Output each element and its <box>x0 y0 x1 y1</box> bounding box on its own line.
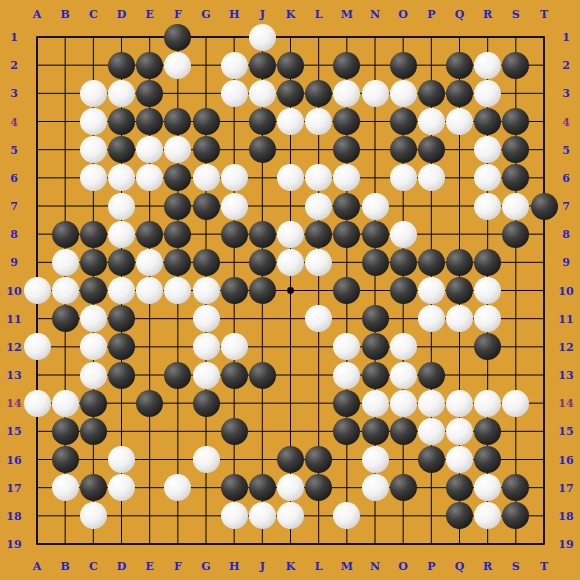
column-label-top: F <box>174 8 182 21</box>
white-stone-Q15[interactable] <box>446 418 473 445</box>
row-label-right: 9 <box>562 256 570 269</box>
black-stone-N13[interactable] <box>362 362 389 389</box>
column-label-top: M <box>341 8 353 21</box>
white-stone-D3[interactable] <box>108 80 135 107</box>
black-stone-H15[interactable] <box>221 418 248 445</box>
black-stone-B8[interactable] <box>52 221 79 248</box>
black-stone-E14[interactable] <box>136 390 163 417</box>
white-stone-P10[interactable] <box>418 277 445 304</box>
white-stone-K17[interactable] <box>277 474 304 501</box>
black-stone-B15[interactable] <box>52 418 79 445</box>
white-stone-G11[interactable] <box>193 305 220 332</box>
white-stone-D16[interactable] <box>108 446 135 473</box>
black-stone-H17[interactable] <box>221 474 248 501</box>
black-stone-C10[interactable] <box>80 277 107 304</box>
white-stone-O6[interactable] <box>390 164 417 191</box>
white-stone-A10[interactable] <box>24 277 51 304</box>
white-stone-P11[interactable] <box>418 305 445 332</box>
white-stone-K9[interactable] <box>277 249 304 276</box>
row-label-left: 6 <box>10 171 18 184</box>
column-label-bottom: T <box>540 560 548 573</box>
column-label-top: S <box>512 8 520 21</box>
row-label-right: 17 <box>558 481 573 494</box>
black-stone-R15[interactable] <box>474 418 501 445</box>
black-stone-J4[interactable] <box>249 108 276 135</box>
white-stone-P15[interactable] <box>418 418 445 445</box>
white-stone-C4[interactable] <box>80 108 107 135</box>
white-stone-D17[interactable] <box>108 474 135 501</box>
row-label-left: 7 <box>10 200 18 213</box>
go-board[interactable]: AABBCCDDEEFFGGHHJJKKLLMMNNOOPPQQRRSSTT11… <box>0 0 580 580</box>
black-stone-J5[interactable] <box>249 136 276 163</box>
white-stone-B17[interactable] <box>52 474 79 501</box>
row-label-right: 11 <box>558 312 573 325</box>
white-stone-C3[interactable] <box>80 80 107 107</box>
row-label-right: 6 <box>562 171 570 184</box>
white-stone-Q11[interactable] <box>446 305 473 332</box>
white-stone-R7[interactable] <box>474 193 501 220</box>
white-stone-K4[interactable] <box>277 108 304 135</box>
black-stone-H8[interactable] <box>221 221 248 248</box>
black-stone-H10[interactable] <box>221 277 248 304</box>
black-stone-O17[interactable] <box>390 474 417 501</box>
column-label-bottom: O <box>398 560 408 573</box>
row-label-left: 4 <box>10 115 18 128</box>
white-stone-R10[interactable] <box>474 277 501 304</box>
row-label-right: 3 <box>562 87 570 100</box>
white-stone-N3[interactable] <box>362 80 389 107</box>
white-stone-M3[interactable] <box>333 80 360 107</box>
column-label-top: K <box>286 8 296 21</box>
white-stone-Q4[interactable] <box>446 108 473 135</box>
column-label-top: B <box>61 8 70 21</box>
white-stone-S14[interactable] <box>502 390 529 417</box>
white-stone-L9[interactable] <box>305 249 332 276</box>
white-stone-L7[interactable] <box>305 193 332 220</box>
white-stone-O14[interactable] <box>390 390 417 417</box>
white-stone-S7[interactable] <box>502 193 529 220</box>
black-stone-G9[interactable] <box>193 249 220 276</box>
white-stone-H2[interactable] <box>221 52 248 79</box>
column-label-bottom: J <box>260 560 265 573</box>
black-stone-O15[interactable] <box>390 418 417 445</box>
black-stone-H13[interactable] <box>221 362 248 389</box>
row-label-left: 17 <box>6 481 21 494</box>
black-stone-K3[interactable] <box>277 80 304 107</box>
black-stone-R9[interactable] <box>474 249 501 276</box>
row-label-left: 18 <box>6 509 21 522</box>
black-stone-L3[interactable] <box>305 80 332 107</box>
white-stone-Q16[interactable] <box>446 446 473 473</box>
white-stone-B14[interactable] <box>52 390 79 417</box>
black-stone-P9[interactable] <box>418 249 445 276</box>
white-stone-O13[interactable] <box>390 362 417 389</box>
row-label-left: 19 <box>6 538 21 551</box>
row-label-left: 9 <box>10 256 18 269</box>
row-label-right: 5 <box>562 143 570 156</box>
black-stone-F8[interactable] <box>164 221 191 248</box>
row-label-right: 7 <box>562 200 570 213</box>
white-stone-D10[interactable] <box>108 277 135 304</box>
column-label-top: T <box>540 8 548 21</box>
white-stone-H6[interactable] <box>221 164 248 191</box>
row-label-left: 13 <box>6 369 21 382</box>
row-label-right: 16 <box>558 453 573 466</box>
column-label-bottom: E <box>145 560 153 573</box>
white-stone-R14[interactable] <box>474 390 501 417</box>
row-label-right: 2 <box>562 59 570 72</box>
column-label-bottom: G <box>201 560 210 573</box>
row-label-left: 15 <box>6 425 21 438</box>
black-stone-D5[interactable] <box>108 136 135 163</box>
black-stone-M15[interactable] <box>333 418 360 445</box>
black-stone-B11[interactable] <box>52 305 79 332</box>
white-stone-N17[interactable] <box>362 474 389 501</box>
row-label-left: 8 <box>10 228 18 241</box>
black-stone-M14[interactable] <box>333 390 360 417</box>
column-label-bottom: K <box>286 560 296 573</box>
black-stone-J17[interactable] <box>249 474 276 501</box>
white-stone-R3[interactable] <box>474 80 501 107</box>
column-label-top: J <box>260 8 265 21</box>
column-label-bottom: S <box>512 560 520 573</box>
black-stone-D9[interactable] <box>108 249 135 276</box>
black-stone-G5[interactable] <box>193 136 220 163</box>
white-stone-N7[interactable] <box>362 193 389 220</box>
black-stone-D4[interactable] <box>108 108 135 135</box>
white-stone-C18[interactable] <box>80 502 107 529</box>
black-stone-P5[interactable] <box>418 136 445 163</box>
column-label-top: L <box>315 8 323 21</box>
column-label-bottom: R <box>483 560 492 573</box>
black-stone-C14[interactable] <box>80 390 107 417</box>
column-label-bottom: L <box>315 560 323 573</box>
black-stone-L16[interactable] <box>305 446 332 473</box>
white-stone-P6[interactable] <box>418 164 445 191</box>
white-stone-N16[interactable] <box>362 446 389 473</box>
row-label-right: 8 <box>562 228 570 241</box>
column-label-bottom: C <box>89 560 98 573</box>
black-stone-F9[interactable] <box>164 249 191 276</box>
column-label-top: A <box>33 8 42 21</box>
black-stone-P3[interactable] <box>418 80 445 107</box>
column-label-bottom: M <box>341 560 353 573</box>
white-stone-D7[interactable] <box>108 193 135 220</box>
black-stone-K16[interactable] <box>277 446 304 473</box>
black-stone-K2[interactable] <box>277 52 304 79</box>
black-stone-J2[interactable] <box>249 52 276 79</box>
column-label-bottom: H <box>229 560 239 573</box>
black-stone-N9[interactable] <box>362 249 389 276</box>
white-stone-E9[interactable] <box>136 249 163 276</box>
black-stone-N11[interactable] <box>362 305 389 332</box>
black-stone-F13[interactable] <box>164 362 191 389</box>
black-stone-E2[interactable] <box>136 52 163 79</box>
column-label-top: D <box>117 8 127 21</box>
black-stone-C17[interactable] <box>80 474 107 501</box>
white-stone-L4[interactable] <box>305 108 332 135</box>
row-label-right: 15 <box>558 425 573 438</box>
white-stone-H7[interactable] <box>221 193 248 220</box>
white-stone-H3[interactable] <box>221 80 248 107</box>
row-label-left: 10 <box>6 284 21 297</box>
row-label-right: 14 <box>558 397 573 410</box>
black-stone-Q9[interactable] <box>446 249 473 276</box>
row-label-right: 12 <box>558 340 573 353</box>
white-stone-O8[interactable] <box>390 221 417 248</box>
row-label-left: 12 <box>6 340 21 353</box>
black-stone-M2[interactable] <box>333 52 360 79</box>
black-stone-S8[interactable] <box>502 221 529 248</box>
black-stone-P13[interactable] <box>418 362 445 389</box>
row-label-right: 13 <box>558 369 573 382</box>
white-stone-O3[interactable] <box>390 80 417 107</box>
hoshi-point <box>287 287 294 294</box>
white-stone-H18[interactable] <box>221 502 248 529</box>
white-stone-C11[interactable] <box>80 305 107 332</box>
black-stone-Q17[interactable] <box>446 474 473 501</box>
black-stone-D13[interactable] <box>108 362 135 389</box>
black-stone-E4[interactable] <box>136 108 163 135</box>
white-stone-E10[interactable] <box>136 277 163 304</box>
black-stone-T7[interactable] <box>531 193 558 220</box>
black-stone-F1[interactable] <box>164 24 191 51</box>
column-label-top: R <box>483 8 492 21</box>
black-stone-N12[interactable] <box>362 333 389 360</box>
black-stone-R4[interactable] <box>474 108 501 135</box>
black-stone-O10[interactable] <box>390 277 417 304</box>
column-label-bottom: D <box>117 560 127 573</box>
black-stone-J13[interactable] <box>249 362 276 389</box>
row-label-left: 16 <box>6 453 21 466</box>
black-stone-S2[interactable] <box>502 52 529 79</box>
black-stone-C8[interactable] <box>80 221 107 248</box>
white-stone-B10[interactable] <box>52 277 79 304</box>
black-stone-E8[interactable] <box>136 221 163 248</box>
column-label-top: Q <box>455 8 465 21</box>
black-stone-F7[interactable] <box>164 193 191 220</box>
black-stone-L8[interactable] <box>305 221 332 248</box>
white-stone-C12[interactable] <box>80 333 107 360</box>
white-stone-C13[interactable] <box>80 362 107 389</box>
white-stone-C5[interactable] <box>80 136 107 163</box>
white-stone-J18[interactable] <box>249 502 276 529</box>
white-stone-A14[interactable] <box>24 390 51 417</box>
column-label-top: O <box>398 8 408 21</box>
column-label-top: N <box>370 8 380 21</box>
white-stone-F2[interactable] <box>164 52 191 79</box>
black-stone-G14[interactable] <box>193 390 220 417</box>
black-stone-O2[interactable] <box>390 52 417 79</box>
black-stone-C9[interactable] <box>80 249 107 276</box>
white-stone-O12[interactable] <box>390 333 417 360</box>
black-stone-M7[interactable] <box>333 193 360 220</box>
white-stone-G10[interactable] <box>193 277 220 304</box>
black-stone-C15[interactable] <box>80 418 107 445</box>
white-stone-N14[interactable] <box>362 390 389 417</box>
black-stone-M8[interactable] <box>333 221 360 248</box>
black-stone-G7[interactable] <box>193 193 220 220</box>
row-label-right: 19 <box>558 538 573 551</box>
column-label-bottom: B <box>61 560 70 573</box>
black-stone-J9[interactable] <box>249 249 276 276</box>
row-label-right: 10 <box>558 284 573 297</box>
black-stone-N15[interactable] <box>362 418 389 445</box>
black-stone-Q2[interactable] <box>446 52 473 79</box>
row-label-left: 2 <box>10 59 18 72</box>
white-stone-A12[interactable] <box>24 333 51 360</box>
column-label-top: G <box>201 8 210 21</box>
white-stone-P14[interactable] <box>418 390 445 417</box>
white-stone-D8[interactable] <box>108 221 135 248</box>
white-stone-G16[interactable] <box>193 446 220 473</box>
column-label-top: H <box>229 8 239 21</box>
row-label-right: 1 <box>562 31 570 44</box>
white-stone-H12[interactable] <box>221 333 248 360</box>
white-stone-G12[interactable] <box>193 333 220 360</box>
white-stone-J3[interactable] <box>249 80 276 107</box>
white-stone-K8[interactable] <box>277 221 304 248</box>
black-stone-E3[interactable] <box>136 80 163 107</box>
white-stone-Q14[interactable] <box>446 390 473 417</box>
column-label-bottom: N <box>370 560 380 573</box>
black-stone-R16[interactable] <box>474 446 501 473</box>
black-stone-N8[interactable] <box>362 221 389 248</box>
white-stone-J1[interactable] <box>249 24 276 51</box>
column-label-top: C <box>89 8 98 21</box>
black-stone-Q3[interactable] <box>446 80 473 107</box>
row-label-left: 11 <box>6 312 21 325</box>
white-stone-G6[interactable] <box>193 164 220 191</box>
row-label-left: 14 <box>6 397 21 410</box>
row-label-left: 1 <box>10 31 18 44</box>
white-stone-M13[interactable] <box>333 362 360 389</box>
black-stone-P16[interactable] <box>418 446 445 473</box>
column-label-bottom: A <box>33 560 42 573</box>
white-stone-G13[interactable] <box>193 362 220 389</box>
column-label-bottom: P <box>427 560 435 573</box>
white-stone-P4[interactable] <box>418 108 445 135</box>
row-label-right: 18 <box>558 509 573 522</box>
black-stone-J8[interactable] <box>249 221 276 248</box>
black-stone-D2[interactable] <box>108 52 135 79</box>
black-stone-J10[interactable] <box>249 277 276 304</box>
black-stone-O5[interactable] <box>390 136 417 163</box>
black-stone-Q10[interactable] <box>446 277 473 304</box>
column-label-top: E <box>145 8 153 21</box>
white-stone-R2[interactable] <box>474 52 501 79</box>
white-stone-B9[interactable] <box>52 249 79 276</box>
row-label-right: 4 <box>562 115 570 128</box>
black-stone-G4[interactable] <box>193 108 220 135</box>
column-label-top: P <box>427 8 435 21</box>
row-label-left: 3 <box>10 87 18 100</box>
row-label-left: 5 <box>10 143 18 156</box>
column-label-bottom: Q <box>455 560 465 573</box>
black-stone-B16[interactable] <box>52 446 79 473</box>
black-stone-D11[interactable] <box>108 305 135 332</box>
black-stone-O4[interactable] <box>390 108 417 135</box>
black-stone-O9[interactable] <box>390 249 417 276</box>
column-label-bottom: F <box>174 560 182 573</box>
white-stone-C6[interactable] <box>80 164 107 191</box>
